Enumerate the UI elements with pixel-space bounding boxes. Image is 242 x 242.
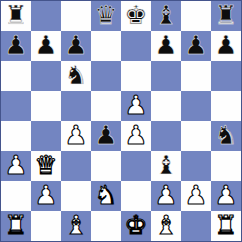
square-d4[interactable]: ♟ [91, 121, 121, 151]
square-e3[interactable] [121, 151, 151, 181]
square-e5[interactable]: ♟ [121, 91, 151, 121]
square-c7[interactable]: ♟ [61, 31, 91, 61]
piece-white-bishop[interactable]: ♝ [64, 211, 87, 240]
square-e1[interactable]: ♚ [121, 211, 151, 241]
square-b4[interactable] [31, 121, 61, 151]
square-c6[interactable]: ♞ [61, 61, 91, 91]
piece-black-bishop[interactable]: ♝ [154, 1, 177, 30]
chess-board: ♜♛♚♝♜♟♟♟♟♟♟♞♟♟♟♟♞♟♛♝♟♞♟♟♟♜♝♚♝♜ [0, 0, 242, 242]
piece-white-pawn[interactable]: ♟ [184, 181, 207, 210]
square-g2[interactable]: ♟ [181, 181, 211, 211]
square-c3[interactable] [61, 151, 91, 181]
square-d8[interactable]: ♛ [91, 1, 121, 31]
piece-white-pawn[interactable]: ♟ [154, 181, 177, 210]
square-b2[interactable]: ♟ [31, 181, 61, 211]
square-a6[interactable] [1, 61, 31, 91]
piece-white-king[interactable]: ♚ [124, 211, 147, 240]
square-f8[interactable]: ♝ [151, 1, 181, 31]
piece-black-pawn[interactable]: ♟ [4, 31, 27, 60]
square-c5[interactable] [61, 91, 91, 121]
piece-white-bishop[interactable]: ♝ [154, 211, 177, 240]
square-e8[interactable]: ♚ [121, 1, 151, 31]
square-c4[interactable]: ♟ [61, 121, 91, 151]
piece-black-rook[interactable]: ♜ [214, 1, 237, 30]
square-f4[interactable] [151, 121, 181, 151]
piece-black-pawn[interactable]: ♟ [64, 31, 87, 60]
piece-white-pawn[interactable]: ♟ [34, 181, 57, 210]
square-d7[interactable] [91, 31, 121, 61]
piece-white-pawn[interactable]: ♟ [214, 181, 237, 210]
square-d5[interactable] [91, 91, 121, 121]
piece-white-pawn[interactable]: ♟ [4, 151, 27, 180]
piece-black-pawn[interactable]: ♟ [184, 31, 207, 60]
square-f3[interactable]: ♝ [151, 151, 181, 181]
square-g1[interactable] [181, 211, 211, 241]
square-g3[interactable] [181, 151, 211, 181]
square-f7[interactable]: ♟ [151, 31, 181, 61]
square-h4[interactable]: ♞ [211, 121, 241, 151]
square-a8[interactable]: ♜ [1, 1, 31, 31]
square-g8[interactable] [181, 1, 211, 31]
piece-black-bishop[interactable]: ♝ [154, 151, 177, 180]
chess-board-container: ♜♛♚♝♜♟♟♟♟♟♟♞♟♟♟♟♞♟♛♝♟♞♟♟♟♜♝♚♝♜ [0, 0, 242, 242]
square-a4[interactable] [1, 121, 31, 151]
square-d3[interactable] [91, 151, 121, 181]
piece-white-pawn[interactable]: ♟ [64, 121, 87, 150]
piece-white-pawn[interactable]: ♟ [124, 91, 147, 120]
square-g7[interactable]: ♟ [181, 31, 211, 61]
piece-white-rook[interactable]: ♜ [214, 211, 237, 240]
square-h3[interactable] [211, 151, 241, 181]
piece-black-knight[interactable]: ♞ [214, 121, 237, 150]
square-d1[interactable] [91, 211, 121, 241]
square-b6[interactable] [31, 61, 61, 91]
square-f6[interactable] [151, 61, 181, 91]
square-b8[interactable] [31, 1, 61, 31]
piece-white-pawn[interactable]: ♟ [124, 121, 147, 150]
square-d2[interactable]: ♞ [91, 181, 121, 211]
square-f2[interactable]: ♟ [151, 181, 181, 211]
piece-white-rook[interactable]: ♜ [4, 211, 27, 240]
square-c1[interactable]: ♝ [61, 211, 91, 241]
square-a2[interactable] [1, 181, 31, 211]
square-h6[interactable] [211, 61, 241, 91]
square-e4[interactable]: ♟ [121, 121, 151, 151]
square-e2[interactable] [121, 181, 151, 211]
square-b5[interactable] [31, 91, 61, 121]
square-f5[interactable] [151, 91, 181, 121]
square-c8[interactable] [61, 1, 91, 31]
square-g6[interactable] [181, 61, 211, 91]
square-d6[interactable] [91, 61, 121, 91]
square-b1[interactable] [31, 211, 61, 241]
square-h5[interactable] [211, 91, 241, 121]
piece-black-pawn[interactable]: ♟ [154, 31, 177, 60]
square-a7[interactable]: ♟ [1, 31, 31, 61]
piece-black-rook[interactable]: ♜ [4, 1, 27, 30]
square-c2[interactable] [61, 181, 91, 211]
square-b3[interactable]: ♛ [31, 151, 61, 181]
piece-black-knight[interactable]: ♞ [64, 61, 87, 90]
square-h1[interactable]: ♜ [211, 211, 241, 241]
square-g5[interactable] [181, 91, 211, 121]
piece-white-queen[interactable]: ♛ [34, 151, 57, 180]
piece-black-king[interactable]: ♚ [124, 1, 147, 30]
square-a3[interactable]: ♟ [1, 151, 31, 181]
square-h2[interactable]: ♟ [211, 181, 241, 211]
piece-black-queen[interactable]: ♛ [94, 1, 117, 30]
square-g4[interactable] [181, 121, 211, 151]
square-e6[interactable] [121, 61, 151, 91]
square-h7[interactable]: ♟ [211, 31, 241, 61]
square-f1[interactable]: ♝ [151, 211, 181, 241]
square-a1[interactable]: ♜ [1, 211, 31, 241]
piece-white-knight[interactable]: ♞ [94, 181, 117, 210]
square-e7[interactable] [121, 31, 151, 61]
square-b7[interactable]: ♟ [31, 31, 61, 61]
square-h8[interactable]: ♜ [211, 1, 241, 31]
piece-black-pawn[interactable]: ♟ [94, 121, 117, 150]
square-a5[interactable] [1, 91, 31, 121]
piece-black-pawn[interactable]: ♟ [214, 31, 237, 60]
piece-black-pawn[interactable]: ♟ [34, 31, 57, 60]
